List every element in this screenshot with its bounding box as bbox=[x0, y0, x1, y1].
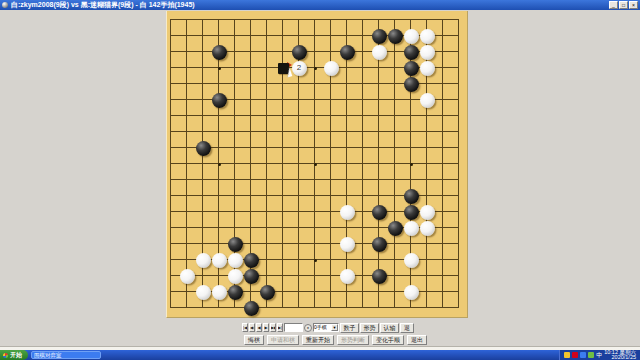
move-select-dropdown[interactable]: 0手棋 ▼ bbox=[313, 323, 339, 332]
go-board[interactable]: 2 bbox=[166, 11, 468, 318]
app-icon bbox=[2, 2, 8, 8]
star-point bbox=[218, 163, 221, 166]
stone-white bbox=[196, 253, 211, 268]
system-tray: 中 10:12 星期六 2020/1/25 bbox=[559, 350, 640, 360]
nav-forward5-button[interactable]: ▶▶ bbox=[270, 323, 276, 332]
game-toolbar: |◀ ◀◀ ◀ ▶ ▶▶ ▶| ● 0手棋 ▼ 数子 形势 认输 退 bbox=[242, 322, 414, 333]
stone-white: 2 bbox=[292, 61, 307, 76]
minimize-button[interactable]: _ bbox=[609, 1, 618, 9]
stone-white bbox=[340, 237, 355, 252]
stone-black bbox=[196, 141, 211, 156]
mouse-cursor-icon bbox=[284, 67, 292, 77]
stone-white bbox=[420, 45, 435, 60]
go-to-move-button[interactable]: ● bbox=[304, 324, 312, 332]
stone-black bbox=[404, 45, 419, 60]
stone-white bbox=[420, 29, 435, 44]
stone-white bbox=[420, 221, 435, 236]
stone-black bbox=[244, 269, 259, 284]
star-point bbox=[314, 259, 317, 262]
nav-back-button[interactable]: ◀ bbox=[256, 323, 262, 332]
stone-white bbox=[212, 253, 227, 268]
estimate-button[interactable]: 形势 bbox=[360, 323, 379, 333]
tray-app-icon-4[interactable] bbox=[588, 352, 594, 358]
stone-black bbox=[292, 45, 307, 60]
stone-white bbox=[372, 45, 387, 60]
nav-forward-button[interactable]: ▶ bbox=[263, 323, 269, 332]
stone-black bbox=[388, 29, 403, 44]
star-point bbox=[410, 163, 413, 166]
stone-white bbox=[340, 269, 355, 284]
game-toolbar-secondary: 悔棋 申请和棋 重新开始 形势判断 变化手顺 退出 bbox=[244, 335, 427, 345]
stone-black bbox=[228, 285, 243, 300]
restart-button[interactable]: 重新开始 bbox=[302, 335, 334, 345]
stone-black bbox=[372, 205, 387, 220]
resign-button[interactable]: 认输 bbox=[380, 323, 399, 333]
stone-white bbox=[420, 93, 435, 108]
start-button[interactable]: 开始 bbox=[0, 350, 28, 360]
stone-black bbox=[404, 77, 419, 92]
input-method-indicator[interactable]: 中 bbox=[596, 350, 602, 360]
nav-last-button[interactable]: ▶| bbox=[277, 323, 283, 332]
taskbar: 开始 围棋对弈室 中 10:12 星期六 2020/1/25 bbox=[0, 350, 640, 360]
stone-white bbox=[228, 269, 243, 284]
last-move-number: 2 bbox=[297, 64, 301, 72]
stone-black bbox=[244, 301, 259, 316]
taskbar-app-button[interactable]: 围棋对弈室 bbox=[31, 351, 101, 359]
stone-black bbox=[388, 221, 403, 236]
stone-black bbox=[212, 45, 227, 60]
stone-white bbox=[404, 29, 419, 44]
cursor-ghost-stone bbox=[278, 63, 289, 74]
clock-date: 2020/1/25 bbox=[612, 354, 636, 360]
tray-app-icon-2[interactable] bbox=[572, 352, 578, 358]
stone-white bbox=[196, 285, 211, 300]
judge-button: 形势判断 bbox=[337, 335, 369, 345]
move-select-value: 0手棋 bbox=[314, 324, 331, 331]
stone-white bbox=[228, 253, 243, 268]
count-button[interactable]: 数子 bbox=[340, 323, 359, 333]
offer-draw-button: 申请和棋 bbox=[267, 335, 299, 345]
stone-white bbox=[404, 253, 419, 268]
stone-white bbox=[212, 285, 227, 300]
window-titlebar: 白:zkym2008(9段) vs 黑:迷糊猫界(9段) - 白 142手拍(1… bbox=[0, 0, 640, 10]
windows-flag-icon bbox=[3, 353, 8, 358]
tray-app-icon-1[interactable] bbox=[564, 352, 570, 358]
stone-white bbox=[404, 285, 419, 300]
stone-black bbox=[372, 29, 387, 44]
board-stones: 2 bbox=[163, 12, 467, 316]
stone-black bbox=[228, 237, 243, 252]
stone-white bbox=[340, 205, 355, 220]
stone-black bbox=[404, 61, 419, 76]
stone-black bbox=[212, 93, 227, 108]
stone-black bbox=[404, 205, 419, 220]
stone-black bbox=[260, 285, 275, 300]
nav-first-button[interactable]: |◀ bbox=[242, 323, 248, 332]
nav-back5-button[interactable]: ◀◀ bbox=[249, 323, 255, 332]
back-button[interactable]: 退 bbox=[400, 323, 414, 333]
move-number-input[interactable] bbox=[284, 323, 303, 332]
stone-white bbox=[420, 61, 435, 76]
chevron-down-icon: ▼ bbox=[331, 324, 338, 331]
stone-black bbox=[340, 45, 355, 60]
close-button[interactable]: × bbox=[629, 1, 638, 9]
variation-button[interactable]: 变化手顺 bbox=[372, 335, 404, 345]
star-point bbox=[218, 67, 221, 70]
window-title: 白:zkym2008(9段) vs 黑:迷糊猫界(9段) - 白 142手拍(1… bbox=[11, 0, 609, 10]
start-label: 开始 bbox=[10, 351, 22, 360]
undo-move-button[interactable]: 悔棋 bbox=[244, 335, 264, 345]
stone-white bbox=[324, 61, 339, 76]
taskbar-clock: 10:12 星期六 2020/1/25 bbox=[604, 350, 636, 360]
exit-button[interactable]: 退出 bbox=[407, 335, 427, 345]
stone-black bbox=[404, 189, 419, 204]
star-point bbox=[314, 67, 317, 70]
stone-black bbox=[372, 237, 387, 252]
stone-black bbox=[372, 269, 387, 284]
stone-white bbox=[180, 269, 195, 284]
stone-white bbox=[420, 205, 435, 220]
maximize-button[interactable]: □ bbox=[619, 1, 628, 9]
tray-app-icon-3[interactable] bbox=[580, 352, 586, 358]
stone-white bbox=[404, 221, 419, 236]
desktop: 白:zkym2008(9段) vs 黑:迷糊猫界(9段) - 白 142手拍(1… bbox=[0, 0, 640, 360]
star-point bbox=[314, 163, 317, 166]
stone-black bbox=[244, 253, 259, 268]
